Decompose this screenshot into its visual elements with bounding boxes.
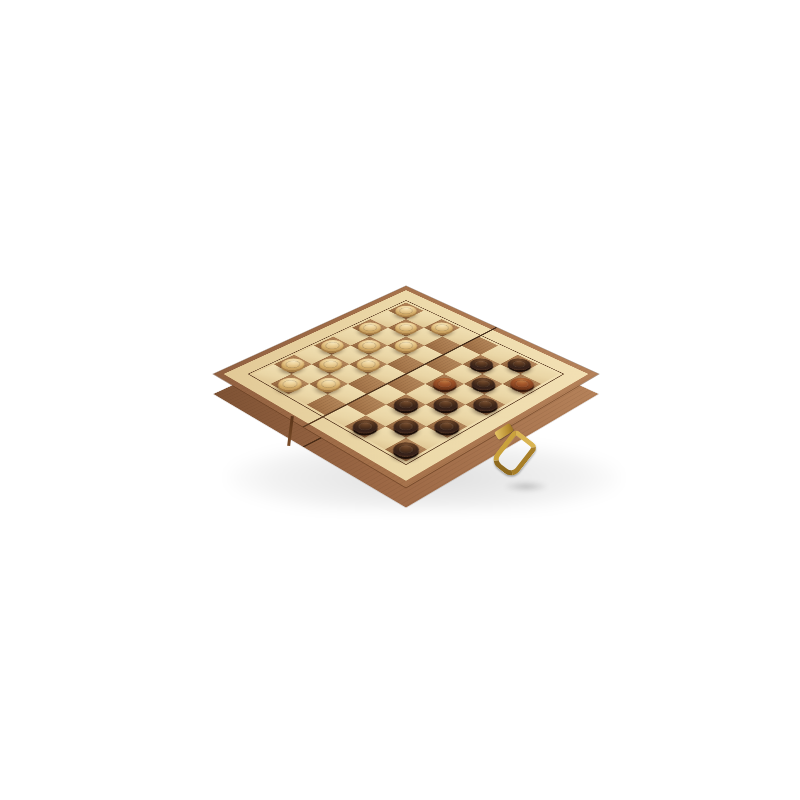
product-photo-scene bbox=[0, 0, 800, 800]
brass-latch bbox=[488, 425, 540, 483]
